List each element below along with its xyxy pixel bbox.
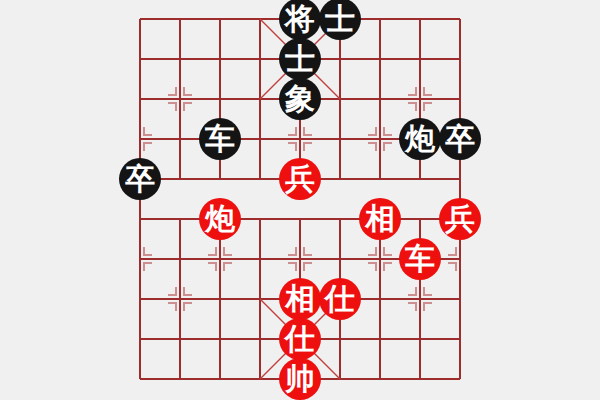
piece-black-soldier[interactable]: 卒 xyxy=(119,158,161,200)
piece-red-elephant[interactable]: 相 xyxy=(279,278,321,320)
piece-red-advisor[interactable]: 仕 xyxy=(319,278,361,320)
piece-black-elephant[interactable]: 象 xyxy=(279,78,321,120)
piece-black-general[interactable]: 将 xyxy=(279,0,321,40)
piece-red-cannon[interactable]: 炮 xyxy=(199,198,241,240)
piece-red-chariot[interactable]: 车 xyxy=(399,238,441,280)
pieces-layer: 将士士象车炮卒卒兵炮相兵车相仕仕帅 xyxy=(0,0,600,400)
piece-red-soldier[interactable]: 兵 xyxy=(439,198,481,240)
piece-black-advisor[interactable]: 士 xyxy=(279,38,321,80)
piece-black-advisor[interactable]: 士 xyxy=(319,0,361,40)
piece-black-chariot[interactable]: 车 xyxy=(199,118,241,160)
xiangqi-board[interactable]: 将士士象车炮卒卒兵炮相兵车相仕仕帅 xyxy=(0,0,600,400)
piece-black-cannon[interactable]: 炮 xyxy=(399,118,441,160)
piece-red-general[interactable]: 帅 xyxy=(279,358,321,400)
piece-black-soldier[interactable]: 卒 xyxy=(439,118,481,160)
piece-red-advisor[interactable]: 仕 xyxy=(279,318,321,360)
piece-red-elephant[interactable]: 相 xyxy=(359,198,401,240)
piece-red-soldier[interactable]: 兵 xyxy=(279,158,321,200)
